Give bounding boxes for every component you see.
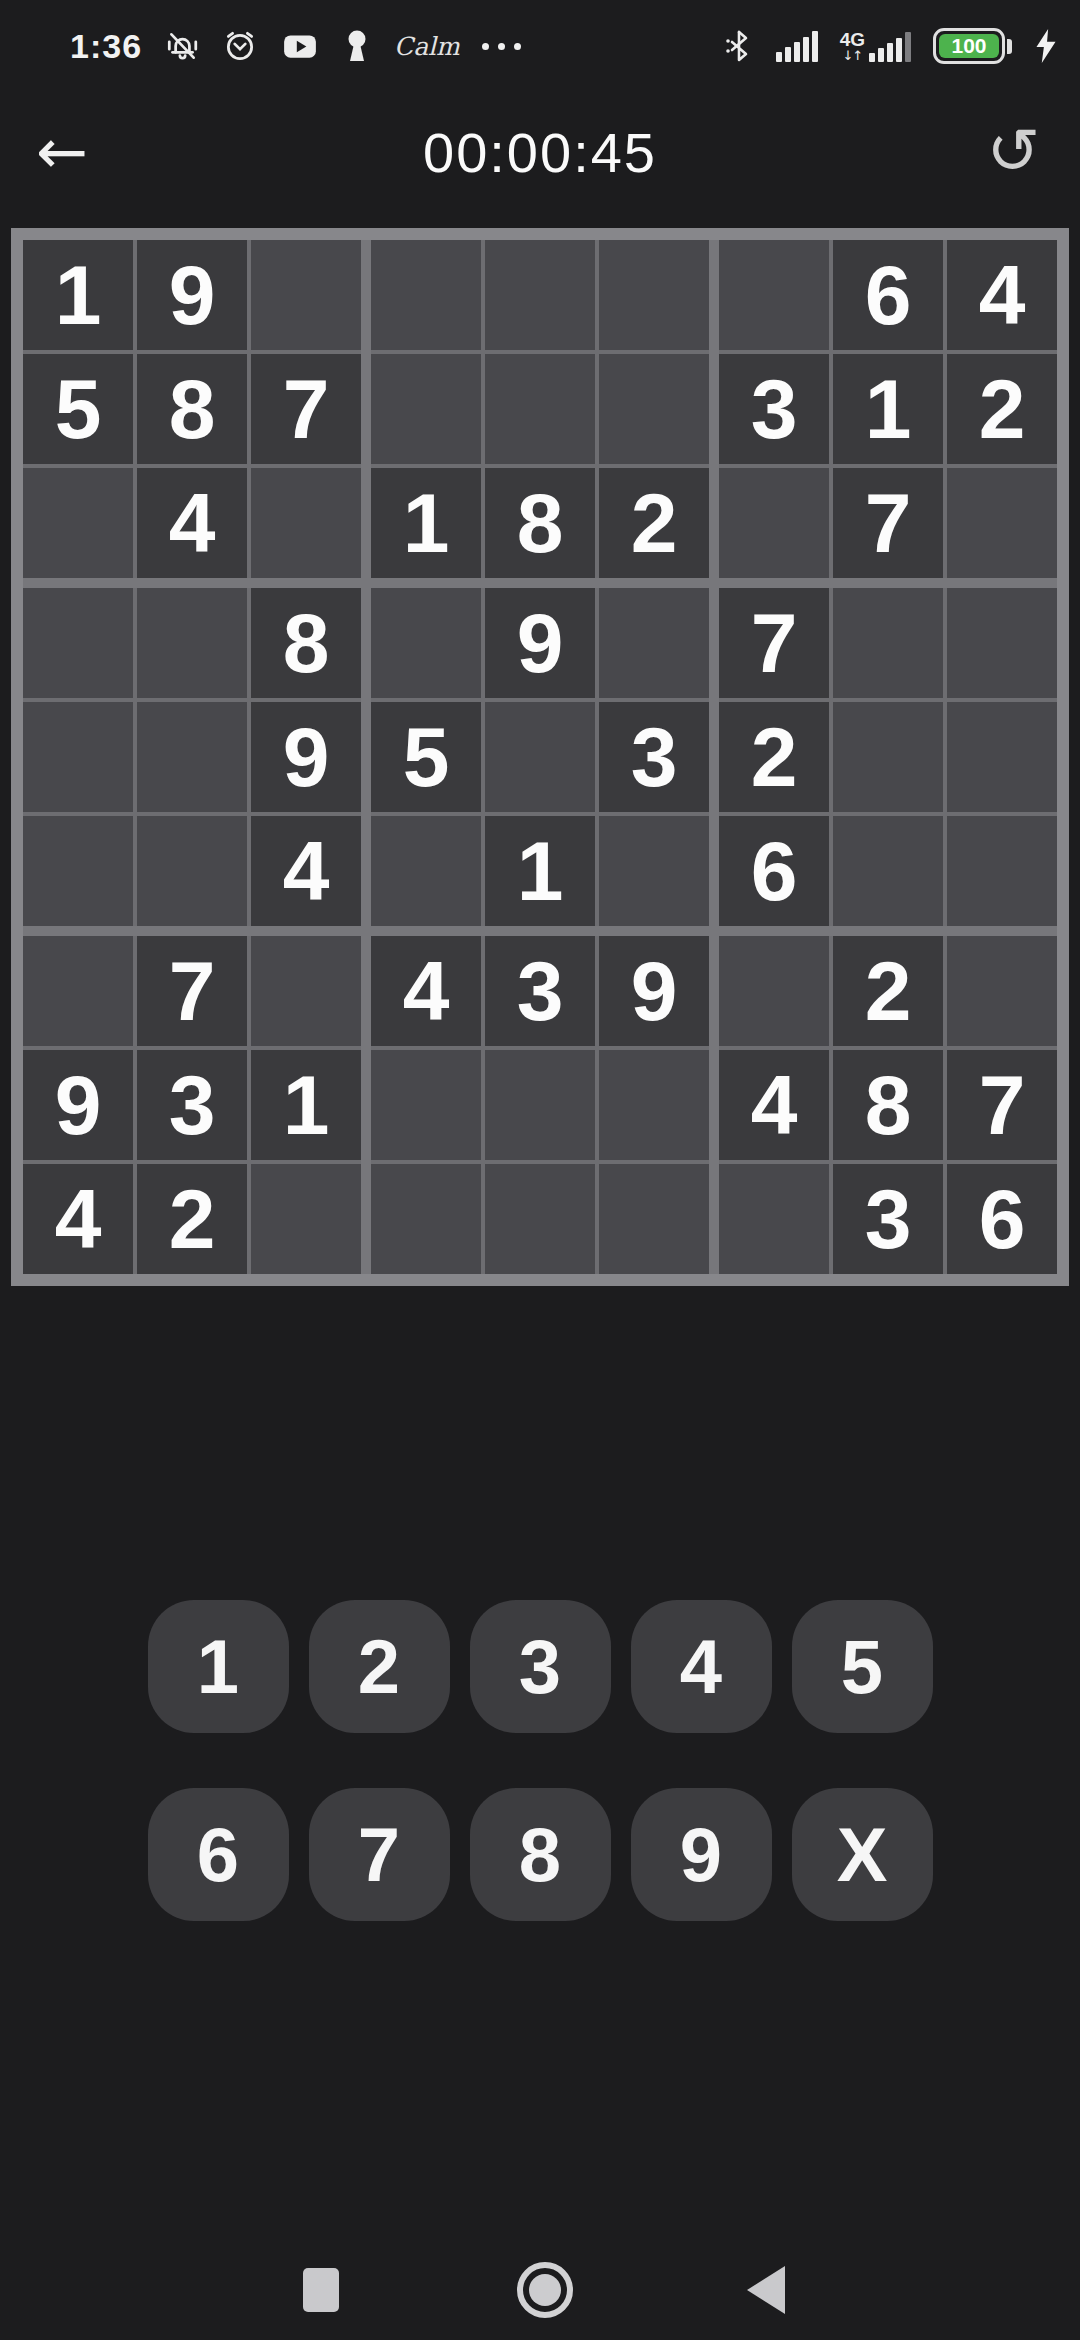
home-button[interactable]: [517, 2262, 573, 2318]
sudoku-board: 1958741826431278949531726793142439248736: [11, 228, 1069, 1286]
mobile-data-icon: 4G ↓↑: [840, 30, 911, 62]
cell-r1c4[interactable]: [371, 240, 481, 350]
battery-body: 100: [933, 28, 1005, 64]
box-9: 248736: [719, 936, 1057, 1274]
battery-nub: [1007, 39, 1012, 54]
cell-r4c4[interactable]: [371, 588, 481, 698]
muted-bell-icon: [164, 28, 200, 64]
cell-r5c6[interactable]: 3: [599, 702, 709, 812]
cell-r8c4[interactable]: [371, 1050, 481, 1160]
cell-r9c5[interactable]: [485, 1164, 595, 1274]
keyhole-icon: [342, 28, 372, 64]
back-nav-button[interactable]: [747, 2266, 785, 2314]
clock-text: 1:36: [70, 27, 142, 66]
cell-r6c6[interactable]: [599, 816, 709, 926]
cell-r4c7[interactable]: 7: [719, 588, 829, 698]
network-type-label: 4G: [840, 30, 865, 49]
cell-r2c8[interactable]: 1: [833, 354, 943, 464]
cell-r1c1[interactable]: 1: [23, 240, 133, 350]
cell-r2c1[interactable]: 5: [23, 354, 133, 464]
cell-r9c6[interactable]: [599, 1164, 709, 1274]
cell-r5c2[interactable]: [137, 702, 247, 812]
cell-r6c9[interactable]: [947, 816, 1057, 926]
cell-r4c5[interactable]: 9: [485, 588, 595, 698]
cell-r6c8[interactable]: [833, 816, 943, 926]
cell-r7c7[interactable]: [719, 936, 829, 1046]
home-button-dot: [529, 2274, 561, 2306]
cell-r9c3[interactable]: [251, 1164, 361, 1274]
battery-level-text: 100: [951, 34, 986, 58]
box-6: 726: [719, 588, 1057, 926]
box-4: 894: [23, 588, 361, 926]
cell-r4c6[interactable]: [599, 588, 709, 698]
cell-r5c4[interactable]: 5: [371, 702, 481, 812]
numpad-2[interactable]: 2: [309, 1600, 450, 1733]
numpad-4[interactable]: 4: [631, 1600, 772, 1733]
cell-r7c6[interactable]: 9: [599, 936, 709, 1046]
cell-r8c9[interactable]: 7: [947, 1050, 1057, 1160]
cell-r3c5[interactable]: 8: [485, 468, 595, 578]
cell-r5c9[interactable]: [947, 702, 1057, 812]
box-7: 793142: [23, 936, 361, 1274]
cell-r4c8[interactable]: [833, 588, 943, 698]
cell-r6c5[interactable]: 1: [485, 816, 595, 926]
cell-r2c9[interactable]: 2: [947, 354, 1057, 464]
cell-r7c4[interactable]: 4: [371, 936, 481, 1046]
cell-r5c1[interactable]: [23, 702, 133, 812]
restart-button[interactable]: ↺: [986, 119, 1040, 183]
box-2: 182: [371, 240, 709, 578]
cell-r2c4[interactable]: [371, 354, 481, 464]
cell-r3c4[interactable]: 1: [371, 468, 481, 578]
data-arrows-icon: ↓↑: [842, 49, 862, 62]
cell-r2c2[interactable]: 8: [137, 354, 247, 464]
numpad-erase[interactable]: X: [792, 1788, 933, 1921]
cell-r6c2[interactable]: [137, 816, 247, 926]
back-button[interactable]: ←: [36, 121, 88, 183]
cell-r4c9[interactable]: [947, 588, 1057, 698]
cell-r1c5[interactable]: [485, 240, 595, 350]
cell-r7c1[interactable]: [23, 936, 133, 1046]
cell-r8c1[interactable]: 9: [23, 1050, 133, 1160]
status-bar: 1:36: [0, 0, 1080, 78]
numpad-row-1: 1 2 3 4 5: [148, 1600, 933, 1733]
cell-r2c6[interactable]: [599, 354, 709, 464]
youtube-icon: [280, 28, 320, 64]
cell-r3c3[interactable]: [251, 468, 361, 578]
numpad-6[interactable]: 6: [148, 1788, 289, 1921]
cell-r2c3[interactable]: 7: [251, 354, 361, 464]
cell-r3c7[interactable]: [719, 468, 829, 578]
numpad-3[interactable]: 3: [470, 1600, 611, 1733]
cell-r1c6[interactable]: [599, 240, 709, 350]
calm-app-label: Calm: [394, 32, 460, 61]
cell-r1c9[interactable]: 4: [947, 240, 1057, 350]
signal-bars-icon: [776, 31, 818, 62]
battery-indicator: 100: [933, 28, 1012, 64]
numpad-row-2: 6 7 8 9 X: [148, 1788, 933, 1921]
cell-r6c1[interactable]: [23, 816, 133, 926]
cell-r3c8[interactable]: 7: [833, 468, 943, 578]
cell-r8c6[interactable]: [599, 1050, 709, 1160]
cell-r1c7[interactable]: [719, 240, 829, 350]
cell-r3c2[interactable]: 4: [137, 468, 247, 578]
cell-r7c9[interactable]: [947, 936, 1057, 1046]
numpad-7[interactable]: 7: [309, 1788, 450, 1921]
more-notifications-icon: [482, 43, 521, 50]
box-1: 195874: [23, 240, 361, 578]
cell-r7c2[interactable]: 7: [137, 936, 247, 1046]
numpad-5[interactable]: 5: [792, 1600, 933, 1733]
cell-r4c1[interactable]: [23, 588, 133, 698]
box-5: 9531: [371, 588, 709, 926]
cell-r4c2[interactable]: [137, 588, 247, 698]
cell-r3c9[interactable]: [947, 468, 1057, 578]
cell-r2c7[interactable]: 3: [719, 354, 829, 464]
bluetooth-icon: [724, 28, 754, 64]
cell-r1c2[interactable]: 9: [137, 240, 247, 350]
cell-r8c7[interactable]: 4: [719, 1050, 829, 1160]
cell-r7c8[interactable]: 2: [833, 936, 943, 1046]
cell-r8c8[interactable]: 8: [833, 1050, 943, 1160]
cell-r1c8[interactable]: 6: [833, 240, 943, 350]
cell-r3c6[interactable]: 2: [599, 468, 709, 578]
recents-button[interactable]: [303, 2268, 339, 2312]
box-8: 439: [371, 936, 709, 1274]
cell-r8c2[interactable]: 3: [137, 1050, 247, 1160]
number-pad: 1 2 3 4 5 6 7 8 9 X: [0, 1600, 1080, 1921]
cell-r6c4[interactable]: [371, 816, 481, 926]
cell-r9c2[interactable]: 2: [137, 1164, 247, 1274]
cell-r5c3[interactable]: 9: [251, 702, 361, 812]
cell-r6c7[interactable]: 6: [719, 816, 829, 926]
numpad-9[interactable]: 9: [631, 1788, 772, 1921]
cell-r9c8[interactable]: 3: [833, 1164, 943, 1274]
board-grid: 1958741826431278949531726793142439248736: [23, 240, 1057, 1274]
cell-r7c5[interactable]: 3: [485, 936, 595, 1046]
cell-r2c5[interactable]: [485, 354, 595, 464]
timer-text: 00:00:45: [423, 120, 657, 185]
cell-r1c3[interactable]: [251, 240, 361, 350]
cell-r5c8[interactable]: [833, 702, 943, 812]
cell-r7c3[interactable]: [251, 936, 361, 1046]
cell-r5c5[interactable]: [485, 702, 595, 812]
numpad-1[interactable]: 1: [148, 1600, 289, 1733]
cell-r9c4[interactable]: [371, 1164, 481, 1274]
cell-r9c1[interactable]: 4: [23, 1164, 133, 1274]
numpad-8[interactable]: 8: [470, 1788, 611, 1921]
cell-r6c3[interactable]: 4: [251, 816, 361, 926]
box-3: 643127: [719, 240, 1057, 578]
cell-r9c9[interactable]: 6: [947, 1164, 1057, 1274]
cell-r8c5[interactable]: [485, 1050, 595, 1160]
alarm-icon: [222, 28, 258, 64]
game-header: ← 00:00:45 ↺: [0, 92, 1080, 212]
cell-r3c1[interactable]: [23, 468, 133, 578]
cell-r8c3[interactable]: 1: [251, 1050, 361, 1160]
charging-bolt-icon: [1034, 28, 1058, 64]
cell-r5c7[interactable]: 2: [719, 702, 829, 812]
cell-r4c3[interactable]: 8: [251, 588, 361, 698]
cell-r9c7[interactable]: [719, 1164, 829, 1274]
